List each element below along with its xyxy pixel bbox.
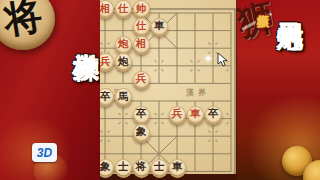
piece-black-horse[interactable]: 馬: [114, 88, 132, 106]
left-banner: 将 大神象棋 3D: [0, 0, 100, 180]
piece-black-chariot[interactable]: 車: [168, 159, 186, 177]
channel-logo: 3D: [32, 143, 57, 162]
piece-black-king[interactable]: 将: [132, 159, 150, 177]
mouse-cursor-icon: [217, 52, 229, 72]
logo-text: 3D: [37, 147, 52, 159]
chess-piece-badge: 将: [0, 0, 55, 50]
piece-black-advisor[interactable]: 士: [150, 159, 168, 177]
piece-black-pawn[interactable]: 卒: [100, 88, 114, 106]
piece-red-chariot[interactable]: 車: [186, 106, 204, 124]
video-thumbnail[interactable]: 楚河 漢界 相仕帅仕車炮相兵炮兵卒馬卒兵車卒象象士将士車 ✦ ✦ 将 大神象棋 …: [0, 0, 320, 180]
badge-piece-character: 将: [1, 0, 44, 39]
piece-black-elephant[interactable]: 象: [132, 123, 150, 141]
piece-red-elephant[interactable]: 相: [132, 35, 150, 53]
piece-red-cannon[interactable]: 炮: [114, 35, 132, 53]
piece-red-pawn[interactable]: 兵: [100, 53, 114, 71]
piece-black-pawn[interactable]: 卒: [204, 106, 222, 124]
piece-black-advisor[interactable]: 士: [114, 159, 132, 177]
piece-red-advisor[interactable]: 仕: [132, 18, 150, 36]
piece-black-elephant[interactable]: 象: [100, 159, 114, 177]
piece-red-pawn[interactable]: 兵: [132, 71, 150, 89]
piece-black-cannon[interactable]: 炮: [114, 53, 132, 71]
piece-black-chariot[interactable]: 車: [150, 18, 168, 36]
piece-red-pawn[interactable]: 兵: [168, 106, 186, 124]
piece-black-pawn[interactable]: 卒: [132, 106, 150, 124]
